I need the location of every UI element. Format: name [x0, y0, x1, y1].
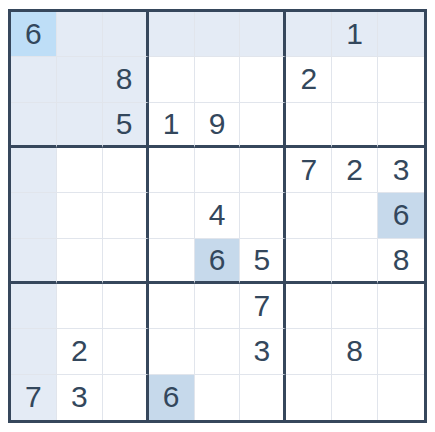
cell-r8c9[interactable] [378, 329, 424, 374]
cell-r9c7[interactable] [286, 375, 332, 420]
cell-r2c3[interactable]: 8 [103, 57, 149, 102]
cell-r4c6[interactable] [240, 148, 286, 193]
cell-r8c5[interactable] [195, 329, 241, 374]
cell-r2c9[interactable] [378, 57, 424, 102]
cell-r1c6[interactable] [240, 12, 286, 57]
cell-r3c6[interactable] [240, 103, 286, 148]
cell-r6c9[interactable]: 8 [378, 239, 424, 284]
cell-r3c7[interactable] [286, 103, 332, 148]
cell-r5c1[interactable] [11, 193, 57, 238]
cell-r5c4[interactable] [149, 193, 195, 238]
cell-r3c2[interactable] [57, 103, 103, 148]
cell-r7c1[interactable] [11, 284, 57, 329]
cell-r7c4[interactable] [149, 284, 195, 329]
cell-r6c7[interactable] [286, 239, 332, 284]
sudoku-board: 6182519723466587238736 [8, 9, 427, 423]
cell-r1c8[interactable]: 1 [332, 12, 378, 57]
cell-r4c4[interactable] [149, 148, 195, 193]
cell-r8c7[interactable] [286, 329, 332, 374]
cell-r7c7[interactable] [286, 284, 332, 329]
sudoku-page: 6182519723466587238736 [0, 0, 435, 432]
cell-r5c3[interactable] [103, 193, 149, 238]
cell-r3c5[interactable]: 9 [195, 103, 241, 148]
cell-r6c6[interactable]: 5 [240, 239, 286, 284]
cell-r9c6[interactable] [240, 375, 286, 420]
cell-r7c2[interactable] [57, 284, 103, 329]
cell-r3c8[interactable] [332, 103, 378, 148]
cell-r8c2[interactable]: 2 [57, 329, 103, 374]
cell-r8c1[interactable] [11, 329, 57, 374]
cell-r1c3[interactable] [103, 12, 149, 57]
cell-r5c2[interactable] [57, 193, 103, 238]
cell-r6c8[interactable] [332, 239, 378, 284]
cell-r9c9[interactable] [378, 375, 424, 420]
cell-r1c1[interactable]: 6 [11, 12, 57, 57]
cell-r9c2[interactable]: 3 [57, 375, 103, 420]
cell-r8c6[interactable]: 3 [240, 329, 286, 374]
cell-r7c3[interactable] [103, 284, 149, 329]
cell-r8c3[interactable] [103, 329, 149, 374]
cell-r4c3[interactable] [103, 148, 149, 193]
cell-r8c4[interactable] [149, 329, 195, 374]
cell-r2c6[interactable] [240, 57, 286, 102]
cell-r9c3[interactable] [103, 375, 149, 420]
cell-r4c2[interactable] [57, 148, 103, 193]
cell-r2c2[interactable] [57, 57, 103, 102]
cell-r3c3[interactable]: 5 [103, 103, 149, 148]
cell-r7c5[interactable] [195, 284, 241, 329]
cell-r6c1[interactable] [11, 239, 57, 284]
cell-r1c5[interactable] [195, 12, 241, 57]
cell-r1c7[interactable] [286, 12, 332, 57]
cell-r6c5[interactable]: 6 [195, 239, 241, 284]
cell-r7c6[interactable]: 7 [240, 284, 286, 329]
cell-r2c4[interactable] [149, 57, 195, 102]
cell-r6c3[interactable] [103, 239, 149, 284]
cell-r6c4[interactable] [149, 239, 195, 284]
cell-r3c4[interactable]: 1 [149, 103, 195, 148]
cell-r5c6[interactable] [240, 193, 286, 238]
cell-r5c9[interactable]: 6 [378, 193, 424, 238]
cell-r4c5[interactable] [195, 148, 241, 193]
cell-r7c8[interactable] [332, 284, 378, 329]
cell-r4c7[interactable]: 7 [286, 148, 332, 193]
cell-r9c8[interactable] [332, 375, 378, 420]
cell-r4c8[interactable]: 2 [332, 148, 378, 193]
cell-r3c1[interactable] [11, 103, 57, 148]
cell-r1c2[interactable] [57, 12, 103, 57]
cell-r2c1[interactable] [11, 57, 57, 102]
cell-r2c5[interactable] [195, 57, 241, 102]
cell-r4c9[interactable]: 3 [378, 148, 424, 193]
cell-r3c9[interactable] [378, 103, 424, 148]
cell-r2c8[interactable] [332, 57, 378, 102]
cell-r1c4[interactable] [149, 12, 195, 57]
cell-r7c9[interactable] [378, 284, 424, 329]
cell-r9c4[interactable]: 6 [149, 375, 195, 420]
cell-r6c2[interactable] [57, 239, 103, 284]
cell-r9c5[interactable] [195, 375, 241, 420]
cell-r5c5[interactable]: 4 [195, 193, 241, 238]
cell-r5c7[interactable] [286, 193, 332, 238]
cell-r9c1[interactable]: 7 [11, 375, 57, 420]
cell-r4c1[interactable] [11, 148, 57, 193]
cell-r1c9[interactable] [378, 12, 424, 57]
cell-r2c7[interactable]: 2 [286, 57, 332, 102]
cell-r8c8[interactable]: 8 [332, 329, 378, 374]
cell-r5c8[interactable] [332, 193, 378, 238]
